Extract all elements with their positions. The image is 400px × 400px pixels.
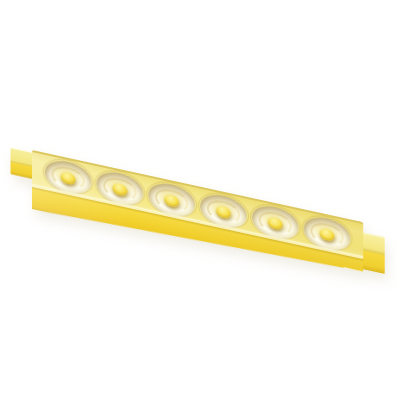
pit-center-post — [164, 194, 179, 208]
pit-center-post — [113, 183, 128, 197]
pit-center-post — [61, 171, 76, 185]
board-edge-notch — [344, 267, 362, 281]
pit-center-post — [268, 216, 283, 230]
mancala-board — [32, 150, 363, 280]
pit-center-post — [216, 205, 231, 219]
photo-canvas — [0, 0, 400, 400]
board-tab-right — [361, 232, 384, 274]
pit-center-post — [320, 228, 335, 242]
board-tab-left — [11, 147, 34, 179]
